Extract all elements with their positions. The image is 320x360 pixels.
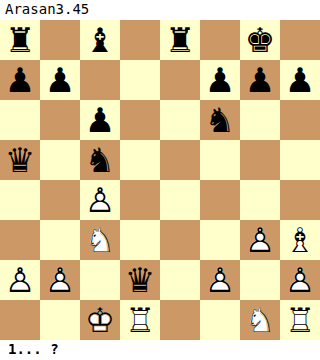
square-f5[interactable] — [200, 140, 240, 180]
square-e8[interactable]: ♜ — [160, 20, 200, 60]
square-e1[interactable] — [160, 300, 200, 340]
square-e6[interactable] — [160, 100, 200, 140]
square-h5[interactable] — [280, 140, 320, 180]
piece-outline: ♙ — [40, 260, 80, 300]
square-c5[interactable]: ♞ — [80, 140, 120, 180]
piece-black-pawn[interactable]: ♟ — [40, 60, 80, 100]
piece-white-pawn[interactable]: ♟♙ — [80, 180, 120, 220]
square-f6[interactable]: ♞ — [200, 100, 240, 140]
square-c8[interactable]: ♝ — [80, 20, 120, 60]
square-c2[interactable] — [80, 260, 120, 300]
piece-white-bishop[interactable]: ♝♗ — [280, 220, 320, 260]
move-prompt: 1... ? — [0, 340, 320, 360]
piece-black-pawn[interactable]: ♟ — [0, 60, 40, 100]
piece-black-pawn[interactable]: ♟ — [200, 60, 240, 100]
square-d8[interactable] — [120, 20, 160, 60]
piece-outline: ♘ — [240, 300, 280, 340]
piece-black-bishop[interactable]: ♝ — [80, 20, 120, 60]
square-c4[interactable]: ♟♙ — [80, 180, 120, 220]
square-d7[interactable] — [120, 60, 160, 100]
square-f7[interactable]: ♟ — [200, 60, 240, 100]
piece-black-pawn[interactable]: ♟ — [80, 100, 120, 140]
piece-outline: ♙ — [80, 180, 120, 220]
piece-white-rook[interactable]: ♜♖ — [280, 300, 320, 340]
piece-outline: ♖ — [280, 300, 320, 340]
square-e4[interactable] — [160, 180, 200, 220]
square-g4[interactable] — [240, 180, 280, 220]
piece-outline: ♙ — [200, 260, 240, 300]
piece-white-rook[interactable]: ♜♖ — [120, 300, 160, 340]
piece-black-knight[interactable]: ♞ — [200, 100, 240, 140]
square-f2[interactable]: ♟♙ — [200, 260, 240, 300]
piece-black-rook[interactable]: ♜ — [0, 20, 40, 60]
square-h4[interactable] — [280, 180, 320, 220]
square-b5[interactable] — [40, 140, 80, 180]
square-g3[interactable]: ♟♙ — [240, 220, 280, 260]
square-a4[interactable] — [0, 180, 40, 220]
piece-black-pawn[interactable]: ♟ — [280, 60, 320, 100]
piece-outline: ♘ — [80, 220, 120, 260]
square-f4[interactable] — [200, 180, 240, 220]
square-c7[interactable] — [80, 60, 120, 100]
piece-white-pawn[interactable]: ♟♙ — [200, 260, 240, 300]
piece-white-pawn[interactable]: ♟♙ — [40, 260, 80, 300]
square-g6[interactable] — [240, 100, 280, 140]
piece-white-king[interactable]: ♚♔ — [80, 300, 120, 340]
square-b8[interactable] — [40, 20, 80, 60]
piece-black-rook[interactable]: ♜ — [160, 20, 200, 60]
piece-white-knight[interactable]: ♞♘ — [240, 300, 280, 340]
square-g7[interactable]: ♟ — [240, 60, 280, 100]
square-b2[interactable]: ♟♙ — [40, 260, 80, 300]
piece-outline: ♙ — [240, 220, 280, 260]
piece-outline: ♙ — [0, 260, 40, 300]
piece-white-pawn[interactable]: ♟♙ — [280, 260, 320, 300]
square-g1[interactable]: ♞♘ — [240, 300, 280, 340]
square-a2[interactable]: ♟♙ — [0, 260, 40, 300]
piece-black-pawn[interactable]: ♟ — [240, 60, 280, 100]
square-b3[interactable] — [40, 220, 80, 260]
square-c1[interactable]: ♚♔ — [80, 300, 120, 340]
square-e2[interactable] — [160, 260, 200, 300]
window-title: Arasan3.45 — [0, 0, 320, 20]
piece-outline: ♙ — [280, 260, 320, 300]
square-h3[interactable]: ♝♗ — [280, 220, 320, 260]
square-g5[interactable] — [240, 140, 280, 180]
square-a8[interactable]: ♜ — [0, 20, 40, 60]
piece-black-king[interactable]: ♚ — [240, 20, 280, 60]
square-d6[interactable] — [120, 100, 160, 140]
square-g2[interactable] — [240, 260, 280, 300]
square-c3[interactable]: ♞♘ — [80, 220, 120, 260]
square-f1[interactable] — [200, 300, 240, 340]
square-b1[interactable] — [40, 300, 80, 340]
square-a3[interactable] — [0, 220, 40, 260]
square-d3[interactable] — [120, 220, 160, 260]
square-d5[interactable] — [120, 140, 160, 180]
square-f8[interactable] — [200, 20, 240, 60]
square-e5[interactable] — [160, 140, 200, 180]
square-g8[interactable]: ♚ — [240, 20, 280, 60]
square-e3[interactable] — [160, 220, 200, 260]
piece-black-queen[interactable]: ♛ — [120, 260, 160, 300]
square-h8[interactable] — [280, 20, 320, 60]
square-a6[interactable] — [0, 100, 40, 140]
piece-white-knight[interactable]: ♞♘ — [80, 220, 120, 260]
square-a7[interactable]: ♟ — [0, 60, 40, 100]
square-h6[interactable] — [280, 100, 320, 140]
square-c6[interactable]: ♟ — [80, 100, 120, 140]
board: ♜♝♜♚♟♟♟♟♟♟♞♛♞♟♙♞♘♟♙♝♗♟♙♟♙♛♟♙♟♙♚♔♜♖♞♘♜♖ — [0, 20, 320, 340]
square-d1[interactable]: ♜♖ — [120, 300, 160, 340]
square-e7[interactable] — [160, 60, 200, 100]
square-a1[interactable] — [0, 300, 40, 340]
piece-outline: ♖ — [120, 300, 160, 340]
piece-outline: ♗ — [280, 220, 320, 260]
square-a5[interactable]: ♛ — [0, 140, 40, 180]
square-h2[interactable]: ♟♙ — [280, 260, 320, 300]
square-d2[interactable]: ♛ — [120, 260, 160, 300]
piece-white-pawn[interactable]: ♟♙ — [240, 220, 280, 260]
square-b4[interactable] — [40, 180, 80, 220]
piece-black-knight[interactable]: ♞ — [80, 140, 120, 180]
square-h1[interactable]: ♜♖ — [280, 300, 320, 340]
square-f3[interactable] — [200, 220, 240, 260]
piece-outline: ♔ — [80, 300, 120, 340]
square-b7[interactable]: ♟ — [40, 60, 80, 100]
square-b6[interactable] — [40, 100, 80, 140]
square-h7[interactable]: ♟ — [280, 60, 320, 100]
piece-black-queen[interactable]: ♛ — [0, 140, 40, 180]
square-d4[interactable] — [120, 180, 160, 220]
piece-white-pawn[interactable]: ♟♙ — [0, 260, 40, 300]
